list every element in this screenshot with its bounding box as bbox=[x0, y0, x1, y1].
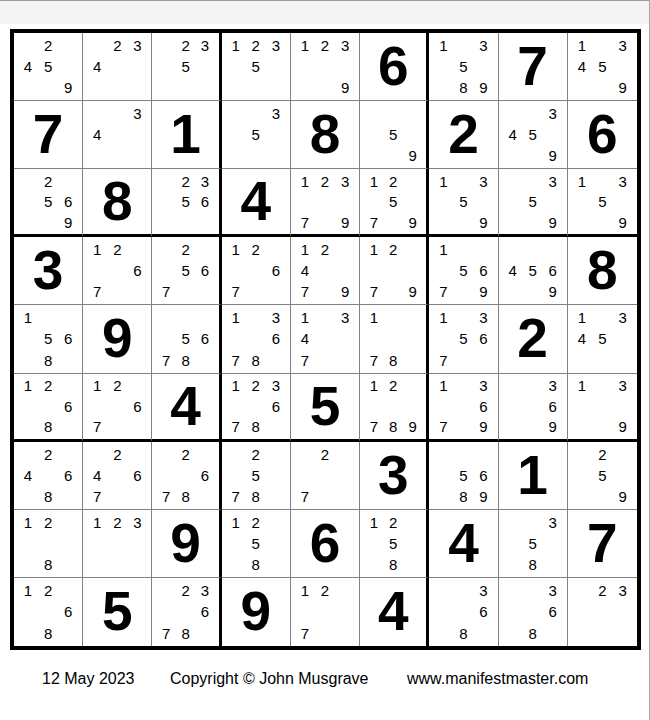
candidate-empty bbox=[453, 350, 473, 371]
candidate-empty bbox=[592, 171, 612, 191]
cell-r1c4: 1235 bbox=[222, 33, 291, 101]
cell-r5c3: 5678 bbox=[152, 305, 221, 373]
candidate-digit: 1 bbox=[87, 239, 107, 260]
candidate-empty bbox=[384, 260, 403, 281]
candidate-digit: 7 bbox=[364, 212, 383, 232]
candidate-empty bbox=[156, 580, 175, 601]
candidate-digit: 6 bbox=[266, 328, 286, 349]
candidate-empty bbox=[403, 533, 422, 554]
candidate-empty bbox=[226, 103, 246, 124]
candidate-empty bbox=[335, 486, 355, 507]
candidate-empty bbox=[453, 416, 473, 436]
candidate-empty bbox=[58, 533, 78, 554]
candidate-empty bbox=[403, 103, 422, 124]
candidate-grid: 127 bbox=[295, 580, 355, 644]
cell-r6c6: 12789 bbox=[360, 374, 429, 442]
candidate-empty bbox=[503, 623, 523, 644]
candidate-empty bbox=[266, 77, 286, 98]
candidate-digit: 1 bbox=[295, 35, 315, 56]
candidate-empty bbox=[503, 580, 523, 601]
candidate-empty bbox=[295, 192, 315, 212]
candidate-empty bbox=[58, 580, 78, 601]
candidate-digit: 7 bbox=[226, 416, 246, 436]
candidate-empty bbox=[523, 512, 543, 533]
candidate-digit: 3 bbox=[613, 580, 633, 601]
candidate-empty bbox=[364, 554, 383, 575]
candidate-empty bbox=[572, 601, 592, 622]
cell-r4c9: 8 bbox=[568, 237, 637, 305]
candidate-empty bbox=[523, 212, 543, 232]
solved-digit: 6 bbox=[360, 33, 426, 100]
candidate-empty bbox=[473, 239, 493, 260]
candidate-digit: 7 bbox=[226, 281, 246, 302]
candidate-empty bbox=[503, 396, 523, 416]
cell-r1c6: 6 bbox=[360, 33, 429, 101]
candidate-empty bbox=[335, 465, 355, 486]
candidate-grid: 1235 bbox=[226, 35, 286, 98]
candidate-empty bbox=[127, 239, 147, 260]
solved-digit: 2 bbox=[499, 305, 567, 372]
candidate-empty bbox=[107, 465, 127, 486]
candidate-digit: 7 bbox=[87, 281, 107, 302]
candidate-digit: 6 bbox=[127, 260, 147, 281]
candidate-empty bbox=[38, 77, 58, 98]
candidate-grid: 15679 bbox=[433, 239, 493, 302]
candidate-digit: 6 bbox=[473, 396, 493, 416]
candidate-empty bbox=[613, 192, 633, 212]
candidate-empty bbox=[58, 486, 78, 507]
candidate-digit: 2 bbox=[176, 239, 195, 260]
candidate-digit: 3 bbox=[195, 35, 214, 56]
candidate-empty bbox=[176, 281, 195, 302]
candidate-empty bbox=[127, 533, 147, 554]
candidate-empty bbox=[384, 212, 403, 232]
candidate-digit: 8 bbox=[453, 623, 473, 644]
candidate-empty bbox=[453, 212, 473, 232]
candidate-empty bbox=[543, 124, 563, 145]
candidate-empty bbox=[58, 350, 78, 371]
candidate-empty bbox=[18, 533, 38, 554]
candidate-empty bbox=[315, 212, 335, 232]
candidate-digit: 1 bbox=[226, 35, 246, 56]
candidate-grid: 34 bbox=[87, 103, 147, 166]
candidate-grid: 13459 bbox=[572, 35, 633, 98]
candidate-digit: 8 bbox=[38, 623, 58, 644]
candidate-grid: 13679 bbox=[433, 376, 493, 437]
candidate-empty bbox=[503, 103, 523, 124]
cell-r3c4: 4 bbox=[222, 169, 291, 237]
candidate-digit: 7 bbox=[295, 623, 315, 644]
candidate-digit: 1 bbox=[572, 171, 592, 191]
candidate-empty bbox=[403, 171, 422, 191]
candidate-empty bbox=[176, 465, 195, 486]
candidate-empty bbox=[246, 328, 266, 349]
cell-r9c6: 4 bbox=[360, 578, 429, 646]
candidate-digit: 2 bbox=[592, 580, 612, 601]
candidate-grid: 1268 bbox=[18, 580, 78, 644]
footer-date: 12 May 2023 bbox=[42, 670, 135, 688]
candidate-empty bbox=[38, 212, 58, 232]
candidate-empty bbox=[523, 601, 543, 622]
candidate-grid: 139 bbox=[572, 376, 633, 437]
footer-url: www.manifestmaster.com bbox=[407, 670, 588, 688]
candidate-digit: 3 bbox=[195, 580, 214, 601]
candidate-grid: 1347 bbox=[295, 307, 355, 370]
candidate-digit: 6 bbox=[195, 601, 214, 622]
candidate-empty bbox=[523, 239, 543, 260]
solved-digit: 3 bbox=[360, 442, 426, 509]
candidate-empty bbox=[156, 328, 175, 349]
cell-r6c7: 13679 bbox=[429, 374, 498, 442]
candidate-grid: 5678 bbox=[156, 307, 214, 370]
candidate-digit: 6 bbox=[58, 328, 78, 349]
candidate-empty bbox=[572, 212, 592, 232]
candidate-empty bbox=[195, 350, 214, 371]
candidate-empty bbox=[107, 145, 127, 166]
candidate-empty bbox=[266, 124, 286, 145]
candidate-digit: 9 bbox=[335, 77, 355, 98]
candidate-grid: 13567 bbox=[433, 307, 493, 370]
candidate-empty bbox=[433, 56, 453, 77]
candidate-digit: 8 bbox=[384, 416, 403, 436]
candidate-empty bbox=[315, 307, 335, 328]
candidate-digit: 9 bbox=[403, 145, 422, 166]
candidate-digit: 8 bbox=[38, 416, 58, 436]
candidate-digit: 3 bbox=[613, 35, 633, 56]
candidate-empty bbox=[592, 350, 612, 371]
candidate-grid: 23 bbox=[572, 580, 633, 644]
candidate-empty bbox=[87, 260, 107, 281]
candidate-empty bbox=[266, 145, 286, 166]
candidate-empty bbox=[315, 465, 335, 486]
candidate-digit: 1 bbox=[87, 512, 107, 533]
candidate-empty bbox=[266, 554, 286, 575]
cell-r3c2: 8 bbox=[83, 169, 152, 237]
candidate-empty bbox=[315, 56, 335, 77]
candidate-empty bbox=[246, 260, 266, 281]
candidate-empty bbox=[127, 376, 147, 396]
candidate-empty bbox=[58, 307, 78, 328]
candidate-digit: 1 bbox=[226, 512, 246, 533]
candidate-digit: 2 bbox=[315, 35, 335, 56]
candidate-empty bbox=[543, 192, 563, 212]
cell-r8c8: 358 bbox=[499, 510, 568, 578]
cell-r8c1: 128 bbox=[14, 510, 83, 578]
candidate-digit: 9 bbox=[473, 281, 493, 302]
candidate-digit: 5 bbox=[384, 124, 403, 145]
candidate-empty bbox=[543, 554, 563, 575]
candidate-empty bbox=[107, 416, 127, 436]
candidate-empty bbox=[433, 601, 453, 622]
candidate-empty bbox=[107, 260, 127, 281]
candidate-digit: 2 bbox=[592, 444, 612, 465]
cell-r7c2: 2467 bbox=[83, 442, 152, 510]
candidate-empty bbox=[156, 171, 175, 191]
candidate-digit: 2 bbox=[107, 512, 127, 533]
candidate-digit: 4 bbox=[503, 124, 523, 145]
candidate-empty bbox=[226, 554, 246, 575]
candidate-empty bbox=[364, 260, 383, 281]
candidate-empty bbox=[246, 145, 266, 166]
candidate-empty bbox=[335, 260, 355, 281]
candidate-grid: 128 bbox=[18, 512, 78, 575]
candidate-grid: 2569 bbox=[18, 171, 78, 232]
candidate-grid: 1345 bbox=[572, 307, 633, 370]
candidate-grid: 1267 bbox=[87, 376, 147, 437]
candidate-digit: 4 bbox=[18, 465, 38, 486]
cell-r7c4: 2578 bbox=[222, 442, 291, 510]
candidate-digit: 3 bbox=[543, 376, 563, 396]
candidate-empty bbox=[335, 350, 355, 371]
candidate-empty bbox=[18, 444, 38, 465]
candidate-grid: 12789 bbox=[364, 376, 422, 437]
candidate-grid: 5689 bbox=[433, 444, 493, 507]
candidate-digit: 1 bbox=[364, 239, 383, 260]
candidate-digit: 3 bbox=[266, 103, 286, 124]
candidate-digit: 5 bbox=[38, 192, 58, 212]
cell-r9c8: 368 bbox=[499, 578, 568, 646]
candidate-empty bbox=[315, 260, 335, 281]
candidate-empty bbox=[18, 171, 38, 191]
candidate-grid: 12379 bbox=[295, 171, 355, 232]
candidate-empty bbox=[503, 281, 523, 302]
candidate-digit: 3 bbox=[613, 307, 633, 328]
candidate-empty bbox=[226, 444, 246, 465]
candidate-empty bbox=[473, 56, 493, 77]
candidate-digit: 8 bbox=[246, 416, 266, 436]
candidate-digit: 5 bbox=[246, 56, 266, 77]
candidate-digit: 5 bbox=[176, 260, 195, 281]
candidate-empty bbox=[38, 533, 58, 554]
candidate-empty bbox=[523, 376, 543, 396]
candidate-digit: 2 bbox=[384, 512, 403, 533]
candidate-empty bbox=[107, 103, 127, 124]
cell-r7c5: 27 bbox=[291, 442, 360, 510]
candidate-empty bbox=[523, 416, 543, 436]
candidate-empty bbox=[523, 145, 543, 166]
candidate-empty bbox=[87, 444, 107, 465]
candidate-digit: 2 bbox=[384, 376, 403, 396]
candidate-empty bbox=[433, 192, 453, 212]
candidate-digit: 3 bbox=[473, 171, 493, 191]
candidate-grid: 1267 bbox=[226, 239, 286, 302]
candidate-empty bbox=[127, 124, 147, 145]
candidate-empty bbox=[226, 465, 246, 486]
candidate-empty bbox=[403, 307, 422, 328]
candidate-empty bbox=[87, 396, 107, 416]
candidate-digit: 9 bbox=[613, 416, 633, 436]
candidate-digit: 4 bbox=[572, 56, 592, 77]
candidate-grid: 123 bbox=[87, 512, 147, 575]
candidate-digit: 9 bbox=[403, 281, 422, 302]
candidate-empty bbox=[592, 396, 612, 416]
cell-r7c7: 5689 bbox=[429, 442, 498, 510]
candidate-empty bbox=[226, 396, 246, 416]
candidate-digit: 6 bbox=[543, 601, 563, 622]
candidate-empty bbox=[503, 212, 523, 232]
candidate-empty bbox=[364, 328, 383, 349]
candidate-empty bbox=[195, 307, 214, 328]
candidate-grid: 358 bbox=[503, 512, 563, 575]
candidate-digit: 1 bbox=[364, 376, 383, 396]
candidate-empty bbox=[18, 35, 38, 56]
candidate-digit: 7 bbox=[295, 486, 315, 507]
candidate-empty bbox=[453, 376, 473, 396]
candidate-empty bbox=[107, 554, 127, 575]
candidate-empty bbox=[384, 307, 403, 328]
candidate-grid: 1279 bbox=[364, 239, 422, 302]
candidate-grid: 2468 bbox=[18, 444, 78, 507]
candidate-digit: 3 bbox=[335, 307, 355, 328]
solved-digit: 4 bbox=[222, 169, 290, 234]
candidate-empty bbox=[176, 307, 195, 328]
candidate-empty bbox=[613, 444, 633, 465]
candidate-empty bbox=[107, 533, 127, 554]
candidate-digit: 5 bbox=[453, 192, 473, 212]
candidate-digit: 6 bbox=[127, 465, 147, 486]
cell-r9c7: 368 bbox=[429, 578, 498, 646]
candidate-digit: 9 bbox=[473, 212, 493, 232]
candidate-digit: 3 bbox=[266, 376, 286, 396]
candidate-empty bbox=[315, 281, 335, 302]
candidate-digit: 8 bbox=[523, 554, 543, 575]
footer: 12 May 2023 Copyright © John Musgrave ww… bbox=[42, 670, 588, 688]
candidate-empty bbox=[176, 601, 195, 622]
candidate-digit: 1 bbox=[295, 307, 315, 328]
candidate-digit: 4 bbox=[87, 56, 107, 77]
solved-digit: 8 bbox=[291, 101, 359, 168]
candidate-digit: 2 bbox=[246, 444, 266, 465]
candidate-empty bbox=[156, 56, 175, 77]
candidate-digit: 7 bbox=[364, 350, 383, 371]
candidate-grid: 2678 bbox=[156, 444, 214, 507]
candidate-digit: 4 bbox=[18, 56, 38, 77]
candidate-empty bbox=[107, 486, 127, 507]
candidate-empty bbox=[572, 416, 592, 436]
candidate-empty bbox=[335, 239, 355, 260]
cell-r8c5: 6 bbox=[291, 510, 360, 578]
cell-r6c5: 5 bbox=[291, 374, 360, 442]
candidate-empty bbox=[195, 486, 214, 507]
cell-r8c6: 1258 bbox=[360, 510, 429, 578]
candidate-empty bbox=[433, 623, 453, 644]
candidate-grid: 27 bbox=[295, 444, 355, 507]
candidate-digit: 1 bbox=[295, 239, 315, 260]
cell-r4c5: 12479 bbox=[291, 237, 360, 305]
cell-r5c2: 9 bbox=[83, 305, 152, 373]
candidate-empty bbox=[58, 56, 78, 77]
candidate-empty bbox=[592, 77, 612, 98]
candidate-empty bbox=[572, 444, 592, 465]
candidate-digit: 1 bbox=[364, 307, 383, 328]
candidate-empty bbox=[384, 281, 403, 302]
sudoku-page: 2459234235123512396135897134597341358592… bbox=[0, 0, 650, 720]
candidate-empty bbox=[453, 281, 473, 302]
candidate-digit: 9 bbox=[543, 281, 563, 302]
candidate-empty bbox=[403, 376, 422, 396]
candidate-empty bbox=[315, 192, 335, 212]
candidate-digit: 5 bbox=[176, 56, 195, 77]
candidate-empty bbox=[503, 145, 523, 166]
candidate-empty bbox=[433, 444, 453, 465]
candidate-empty bbox=[433, 260, 453, 281]
candidate-empty bbox=[18, 212, 38, 232]
candidate-empty bbox=[266, 239, 286, 260]
candidate-empty bbox=[295, 77, 315, 98]
candidate-empty bbox=[364, 103, 383, 124]
candidate-digit: 3 bbox=[473, 376, 493, 396]
candidate-digit: 2 bbox=[315, 580, 335, 601]
candidate-empty bbox=[523, 281, 543, 302]
candidate-digit: 1 bbox=[18, 512, 38, 533]
candidate-empty bbox=[433, 580, 453, 601]
candidate-empty bbox=[18, 416, 38, 436]
cell-r3c5: 12379 bbox=[291, 169, 360, 237]
scan-edge-top bbox=[0, 0, 650, 24]
candidate-empty bbox=[58, 171, 78, 191]
candidate-digit: 6 bbox=[266, 396, 286, 416]
candidate-digit: 2 bbox=[246, 512, 266, 533]
candidate-digit: 3 bbox=[613, 376, 633, 396]
candidate-empty bbox=[156, 239, 175, 260]
candidate-empty bbox=[156, 465, 175, 486]
solved-digit: 6 bbox=[568, 101, 637, 168]
solved-digit: 4 bbox=[152, 374, 218, 439]
candidate-empty bbox=[156, 212, 175, 232]
candidate-empty bbox=[592, 307, 612, 328]
candidate-grid: 2467 bbox=[87, 444, 147, 507]
candidate-grid: 1267 bbox=[87, 239, 147, 302]
candidate-digit: 3 bbox=[543, 580, 563, 601]
candidate-empty bbox=[246, 307, 266, 328]
candidate-digit: 1 bbox=[18, 580, 38, 601]
candidate-empty bbox=[18, 396, 38, 416]
candidate-digit: 2 bbox=[384, 239, 403, 260]
candidate-empty bbox=[453, 444, 473, 465]
candidate-digit: 6 bbox=[543, 260, 563, 281]
candidate-empty bbox=[592, 601, 612, 622]
candidate-digit: 1 bbox=[295, 580, 315, 601]
candidate-empty bbox=[364, 533, 383, 554]
cell-r4c2: 1267 bbox=[83, 237, 152, 305]
candidate-digit: 6 bbox=[195, 260, 214, 281]
candidate-digit: 1 bbox=[364, 512, 383, 533]
candidate-empty bbox=[503, 171, 523, 191]
candidate-empty bbox=[364, 124, 383, 145]
candidate-digit: 5 bbox=[523, 192, 543, 212]
candidate-empty bbox=[295, 601, 315, 622]
candidate-grid: 1239 bbox=[295, 35, 355, 98]
candidate-grid: 259 bbox=[572, 444, 633, 507]
candidate-digit: 4 bbox=[295, 260, 315, 281]
candidate-empty bbox=[315, 623, 335, 644]
candidate-grid: 1359 bbox=[433, 171, 493, 232]
candidate-digit: 2 bbox=[107, 239, 127, 260]
candidate-empty bbox=[543, 533, 563, 554]
cell-r4c6: 1279 bbox=[360, 237, 429, 305]
candidate-digit: 9 bbox=[335, 212, 355, 232]
candidate-digit: 2 bbox=[246, 376, 266, 396]
candidate-empty bbox=[127, 145, 147, 166]
candidate-digit: 5 bbox=[176, 192, 195, 212]
solved-digit: 7 bbox=[499, 33, 567, 100]
candidate-digit: 6 bbox=[473, 465, 493, 486]
candidate-empty bbox=[266, 416, 286, 436]
candidate-grid: 368 bbox=[433, 580, 493, 644]
candidate-grid: 178 bbox=[364, 307, 422, 370]
cell-r1c7: 13589 bbox=[429, 33, 498, 101]
cell-r8c3: 9 bbox=[152, 510, 221, 578]
